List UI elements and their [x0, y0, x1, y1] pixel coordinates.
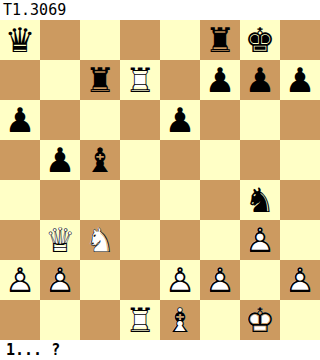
square-h4[interactable] — [280, 180, 320, 220]
square-b8[interactable] — [40, 20, 80, 60]
square-c8[interactable] — [80, 20, 120, 60]
square-d5[interactable] — [120, 140, 160, 180]
square-d7[interactable]: ♜♖ — [120, 60, 160, 100]
piece-white-pawn[interactable]: ♙ — [200, 260, 240, 300]
piece-black-pawn[interactable]: ♟ — [160, 100, 200, 140]
piece-white-pawn[interactable]: ♙ — [0, 260, 40, 300]
piece-white-rook[interactable]: ♖ — [120, 300, 160, 340]
square-e7[interactable] — [160, 60, 200, 100]
piece-black-rook[interactable]: ♜ — [200, 20, 240, 60]
square-a8[interactable]: ♛ — [0, 20, 40, 60]
square-h2[interactable]: ♟♙ — [280, 260, 320, 300]
square-f3[interactable] — [200, 220, 240, 260]
square-c4[interactable] — [80, 180, 120, 220]
puzzle-title: T1.3069 — [0, 0, 320, 20]
square-g4[interactable]: ♞ — [240, 180, 280, 220]
square-f2[interactable]: ♟♙ — [200, 260, 240, 300]
square-d8[interactable] — [120, 20, 160, 60]
square-g7[interactable]: ♟ — [240, 60, 280, 100]
square-g8[interactable]: ♚ — [240, 20, 280, 60]
piece-black-pawn[interactable]: ♟ — [0, 100, 40, 140]
square-b4[interactable] — [40, 180, 80, 220]
square-a2[interactable]: ♟♙ — [0, 260, 40, 300]
square-c1[interactable] — [80, 300, 120, 340]
piece-black-bishop[interactable]: ♝ — [80, 140, 120, 180]
square-c2[interactable] — [80, 260, 120, 300]
square-b7[interactable] — [40, 60, 80, 100]
square-e5[interactable] — [160, 140, 200, 180]
square-d1[interactable]: ♜♖ — [120, 300, 160, 340]
square-h3[interactable] — [280, 220, 320, 260]
square-g5[interactable] — [240, 140, 280, 180]
square-b3[interactable]: ♛♕ — [40, 220, 80, 260]
piece-white-pawn[interactable]: ♙ — [280, 260, 320, 300]
move-prompt: 1... ? — [0, 340, 320, 360]
square-f4[interactable] — [200, 180, 240, 220]
square-g2[interactable] — [240, 260, 280, 300]
square-h5[interactable] — [280, 140, 320, 180]
piece-white-king[interactable]: ♔ — [240, 300, 280, 340]
square-h6[interactable] — [280, 100, 320, 140]
piece-black-knight[interactable]: ♞ — [240, 180, 280, 220]
square-d2[interactable] — [120, 260, 160, 300]
piece-black-pawn[interactable]: ♟ — [40, 140, 80, 180]
square-f7[interactable]: ♟ — [200, 60, 240, 100]
square-a7[interactable] — [0, 60, 40, 100]
square-d4[interactable] — [120, 180, 160, 220]
square-a1[interactable] — [0, 300, 40, 340]
piece-white-bishop[interactable]: ♗ — [160, 300, 200, 340]
piece-white-pawn[interactable]: ♙ — [160, 260, 200, 300]
piece-black-king[interactable]: ♚ — [240, 20, 280, 60]
square-a3[interactable] — [0, 220, 40, 260]
piece-white-pawn[interactable]: ♙ — [240, 220, 280, 260]
square-c3[interactable]: ♞♘ — [80, 220, 120, 260]
square-b6[interactable] — [40, 100, 80, 140]
piece-black-queen[interactable]: ♛ — [0, 20, 40, 60]
square-e1[interactable]: ♝♗ — [160, 300, 200, 340]
piece-white-knight[interactable]: ♘ — [80, 220, 120, 260]
square-e4[interactable] — [160, 180, 200, 220]
piece-black-pawn[interactable]: ♟ — [280, 60, 320, 100]
square-a6[interactable]: ♟ — [0, 100, 40, 140]
square-e3[interactable] — [160, 220, 200, 260]
square-h8[interactable] — [280, 20, 320, 60]
square-f5[interactable] — [200, 140, 240, 180]
chess-board: ♛♜♚♜♜♖♟♟♟♟♟♟♝♞♛♕♞♘♟♙♟♙♟♙♟♙♟♙♟♙♜♖♝♗♚♔ — [0, 20, 320, 340]
square-d6[interactable] — [120, 100, 160, 140]
square-c5[interactable]: ♝ — [80, 140, 120, 180]
square-a5[interactable] — [0, 140, 40, 180]
square-c7[interactable]: ♜ — [80, 60, 120, 100]
square-b5[interactable]: ♟ — [40, 140, 80, 180]
piece-black-rook[interactable]: ♜ — [80, 60, 120, 100]
square-e2[interactable]: ♟♙ — [160, 260, 200, 300]
square-f6[interactable] — [200, 100, 240, 140]
square-b1[interactable] — [40, 300, 80, 340]
piece-white-queen[interactable]: ♕ — [40, 220, 80, 260]
square-g3[interactable]: ♟♙ — [240, 220, 280, 260]
square-g6[interactable] — [240, 100, 280, 140]
square-h7[interactable]: ♟ — [280, 60, 320, 100]
square-e8[interactable] — [160, 20, 200, 60]
square-f8[interactable]: ♜ — [200, 20, 240, 60]
square-f1[interactable] — [200, 300, 240, 340]
square-d3[interactable] — [120, 220, 160, 260]
square-h1[interactable] — [280, 300, 320, 340]
piece-black-pawn[interactable]: ♟ — [240, 60, 280, 100]
piece-white-rook[interactable]: ♖ — [120, 60, 160, 100]
square-g1[interactable]: ♚♔ — [240, 300, 280, 340]
piece-black-pawn[interactable]: ♟ — [200, 60, 240, 100]
square-c6[interactable] — [80, 100, 120, 140]
square-a4[interactable] — [0, 180, 40, 220]
piece-white-pawn[interactable]: ♙ — [40, 260, 80, 300]
square-b2[interactable]: ♟♙ — [40, 260, 80, 300]
square-e6[interactable]: ♟ — [160, 100, 200, 140]
